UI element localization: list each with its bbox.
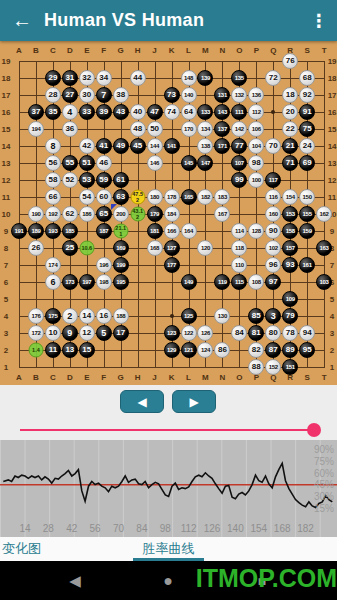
stone-white-34: 34 <box>96 70 112 86</box>
stone-black-153: 153 <box>282 206 298 222</box>
stone-black-179: 179 <box>147 206 163 222</box>
stone-black-187: 187 <box>96 223 112 239</box>
stone-white-182: 182 <box>197 189 213 205</box>
stone-white-90: 90 <box>265 223 281 239</box>
svg-text:70: 70 <box>113 523 125 534</box>
stone-white-172: 172 <box>28 325 44 341</box>
stone-black-111: 111 <box>231 104 247 120</box>
ai-suggestion-marker: 10.6 <box>79 241 94 256</box>
stone-white-58: 58 <box>45 172 61 188</box>
stone-white-120: 120 <box>197 240 213 256</box>
page-title: Human VS Human <box>44 10 301 31</box>
android-home-icon[interactable]: ● <box>153 561 183 600</box>
coord-label-bottom: K <box>169 373 175 382</box>
stone-white-184: 184 <box>164 206 180 222</box>
stone-black-17: 17 <box>113 325 129 341</box>
stone-white-8: 8 <box>45 138 61 154</box>
svg-text:75%: 75% <box>314 456 334 467</box>
stone-black-3: 3 <box>265 308 281 324</box>
slider-thumb[interactable] <box>307 423 321 437</box>
coord-label-top: A <box>16 46 22 55</box>
svg-text:140: 140 <box>227 523 244 534</box>
coord-label-right: 7 <box>330 261 334 270</box>
stone-black-69: 69 <box>299 155 315 171</box>
stone-white-2: 2 <box>62 308 78 324</box>
stone-white-170: 170 <box>181 121 197 137</box>
coord-label-top: O <box>236 46 242 55</box>
ai-suggestion-marker: 1.4 <box>28 343 43 358</box>
stone-black-155: 155 <box>299 206 315 222</box>
coord-label-top: F <box>101 46 106 55</box>
stone-black-163: 163 <box>316 240 332 256</box>
coord-label-bottom: S <box>304 373 309 382</box>
stone-white-62: 62 <box>62 206 78 222</box>
stone-white-116: 116 <box>265 189 281 205</box>
stone-white-18: 18 <box>282 87 298 103</box>
stone-white-66: 66 <box>45 189 61 205</box>
stone-white-106: 106 <box>248 121 264 137</box>
coord-label-left: 1 <box>4 363 8 372</box>
coord-label-top: M <box>202 46 209 55</box>
coord-label-right: 16 <box>328 108 337 117</box>
coord-label-right: 11 <box>328 193 336 202</box>
stone-white-132: 132 <box>231 87 247 103</box>
stone-white-42: 42 <box>79 138 95 154</box>
stone-black-149: 149 <box>181 274 197 290</box>
stone-black-121: 121 <box>181 342 197 358</box>
stone-white-168: 168 <box>147 240 163 256</box>
coord-label-bottom: O <box>236 373 242 382</box>
stone-black-29: 29 <box>45 70 61 86</box>
stone-white-100: 100 <box>248 172 264 188</box>
stone-white-144: 144 <box>147 138 163 154</box>
coord-label-bottom: A <box>16 373 22 382</box>
stone-white-114: 114 <box>231 223 247 239</box>
stone-black-15: 15 <box>79 342 95 358</box>
stone-white-50: 50 <box>147 121 163 137</box>
coord-label-right: 18 <box>328 74 337 83</box>
coord-label-top: B <box>33 46 39 55</box>
coord-label-bottom: T <box>322 373 327 382</box>
coord-label-bottom: H <box>135 373 141 382</box>
grid-line-h <box>19 299 325 300</box>
coord-label-top: E <box>84 46 89 55</box>
stone-black-177: 177 <box>164 257 180 273</box>
stone-black-27: 27 <box>62 87 78 103</box>
stone-black-161: 161 <box>299 257 315 273</box>
stone-white-160: 160 <box>265 206 281 222</box>
svg-text:28: 28 <box>43 523 55 534</box>
prev-move-button[interactable]: ◀ <box>120 390 164 413</box>
coord-label-bottom: C <box>50 373 56 382</box>
coord-label-right: 5 <box>330 295 334 304</box>
stone-white-104: 104 <box>248 138 264 154</box>
stone-white-38: 38 <box>113 87 129 103</box>
stone-black-43: 43 <box>113 104 129 120</box>
stone-white-180: 180 <box>147 189 163 205</box>
stone-white-108: 108 <box>248 274 264 290</box>
stone-white-174: 174 <box>45 257 61 273</box>
coord-label-right: 9 <box>330 227 334 236</box>
stone-black-185: 185 <box>62 223 78 239</box>
svg-text:154: 154 <box>250 523 267 534</box>
stone-white-26: 26 <box>28 240 44 256</box>
stone-black-129: 129 <box>164 342 180 358</box>
stone-white-162: 162 <box>316 206 332 222</box>
coord-label-left: 19 <box>2 57 11 66</box>
stone-white-150: 150 <box>299 189 315 205</box>
coord-label-left: 6 <box>4 278 8 287</box>
stone-white-148: 148 <box>181 70 197 86</box>
svg-text:98: 98 <box>160 523 172 534</box>
stone-white-142: 142 <box>231 121 247 137</box>
stone-black-97: 97 <box>265 274 281 290</box>
svg-text:60%: 60% <box>314 468 334 479</box>
stone-white-118: 118 <box>231 240 247 256</box>
stone-black-33: 33 <box>79 104 95 120</box>
coord-label-left: 3 <box>4 329 8 338</box>
coord-label-left: 13 <box>2 159 11 168</box>
coord-label-top: Q <box>270 46 276 55</box>
stone-black-165: 165 <box>181 189 197 205</box>
stone-white-126: 126 <box>197 325 213 341</box>
svg-text:112: 112 <box>181 523 197 534</box>
stone-white-136: 136 <box>248 87 264 103</box>
stone-white-14: 14 <box>79 308 95 324</box>
stone-white-138: 138 <box>197 138 213 154</box>
stone-white-88: 88 <box>248 359 264 375</box>
ai-suggestion-marker: 43.12 <box>130 207 145 222</box>
stone-white-44: 44 <box>130 70 146 86</box>
stone-white-102: 102 <box>265 240 281 256</box>
stone-white-32: 32 <box>79 70 95 86</box>
hoshi-point <box>271 110 275 114</box>
stone-white-16: 16 <box>96 308 112 324</box>
coord-label-right: 12 <box>328 176 337 185</box>
stone-black-41: 41 <box>96 138 112 154</box>
stone-black-45: 45 <box>130 138 146 154</box>
coord-label-left: 16 <box>2 108 11 117</box>
stone-white-70: 70 <box>265 138 281 154</box>
stone-black-49: 49 <box>113 138 129 154</box>
coord-label-left: 15 <box>2 125 11 134</box>
stone-white-72: 72 <box>265 70 281 86</box>
stone-black-51: 51 <box>79 155 95 171</box>
stone-white-76: 76 <box>282 53 298 69</box>
stone-white-134: 134 <box>197 121 213 137</box>
stone-black-93: 93 <box>282 257 298 273</box>
stone-black-175: 175 <box>45 308 61 324</box>
stone-white-20: 20 <box>282 104 298 120</box>
stone-black-131: 131 <box>214 87 230 103</box>
svg-text:182: 182 <box>297 523 314 534</box>
stone-white-74: 74 <box>164 104 180 120</box>
coord-label-left: 9 <box>4 227 8 236</box>
stone-black-21: 21 <box>282 138 298 154</box>
stone-black-189: 189 <box>28 223 44 239</box>
stone-white-152: 152 <box>265 359 281 375</box>
stone-white-146: 146 <box>147 155 163 171</box>
coord-label-right: 1 <box>330 363 334 372</box>
stone-white-24: 24 <box>299 138 315 154</box>
stone-white-78: 78 <box>282 325 298 341</box>
svg-text:45%: 45% <box>314 479 334 490</box>
stone-white-82: 82 <box>248 342 264 358</box>
stone-black-59: 59 <box>96 172 112 188</box>
stone-white-112: 112 <box>248 104 264 120</box>
watermark: ITMOP.COM <box>196 564 337 593</box>
winrate-chart-svg: 1428425670849811212614015416818290%75%60… <box>0 440 337 537</box>
stone-white-128: 128 <box>248 223 264 239</box>
stone-white-30: 30 <box>79 87 95 103</box>
stone-black-91: 91 <box>299 104 315 120</box>
app-bar: ← Human VS Human ⋮ <box>0 0 337 41</box>
stone-white-194: 194 <box>28 121 44 137</box>
stone-black-109: 109 <box>282 291 298 307</box>
stone-white-12: 12 <box>79 325 95 341</box>
stone-white-178: 178 <box>164 189 180 205</box>
stone-black-173: 173 <box>62 274 78 290</box>
stone-white-56: 56 <box>45 155 61 171</box>
stone-black-7: 7 <box>96 87 112 103</box>
stone-white-64: 64 <box>181 104 197 120</box>
svg-text:84: 84 <box>136 523 148 534</box>
stone-black-137: 137 <box>214 121 230 137</box>
stone-black-87: 87 <box>265 342 281 358</box>
stone-black-123: 123 <box>164 325 180 341</box>
coord-label-top: G <box>118 46 124 55</box>
stone-black-9: 9 <box>62 325 78 341</box>
stone-white-86: 86 <box>214 342 230 358</box>
stone-white-60: 60 <box>96 189 112 205</box>
stone-black-151: 151 <box>282 359 298 375</box>
stone-white-22: 22 <box>282 121 298 137</box>
coord-label-top: D <box>67 46 73 55</box>
coord-label-left: 12 <box>2 176 11 185</box>
stone-black-75: 75 <box>299 121 315 137</box>
stone-white-4: 4 <box>62 104 78 120</box>
coord-label-right: 14 <box>328 142 337 151</box>
coord-label-bottom: E <box>84 373 89 382</box>
stone-white-164: 164 <box>181 223 197 239</box>
stone-black-117: 117 <box>265 172 281 188</box>
stone-black-199: 199 <box>113 257 129 273</box>
stone-black-133: 133 <box>197 104 213 120</box>
svg-text:126: 126 <box>204 523 221 534</box>
back-arrow-icon[interactable]: ← <box>0 9 44 32</box>
coord-label-left: 5 <box>4 295 8 304</box>
coord-label-left: 14 <box>2 142 11 151</box>
coord-label-left: 8 <box>4 244 8 253</box>
stone-white-176: 176 <box>28 308 44 324</box>
svg-text:15%: 15% <box>314 503 334 514</box>
stone-white-92: 92 <box>299 87 315 103</box>
coord-label-left: 18 <box>2 74 11 83</box>
coord-label-bottom: M <box>202 373 209 382</box>
coord-label-top: P <box>254 46 259 55</box>
coord-label-top: L <box>186 46 191 55</box>
stone-white-190: 190 <box>28 206 44 222</box>
stone-black-35: 35 <box>45 104 61 120</box>
coord-label-left: 2 <box>4 346 8 355</box>
stone-white-40: 40 <box>130 104 146 120</box>
stone-black-191: 191 <box>11 223 27 239</box>
stone-black-61: 61 <box>113 172 129 188</box>
coord-label-top: J <box>152 46 156 55</box>
stone-white-154: 154 <box>282 189 298 205</box>
stone-black-158: 158 <box>282 223 298 239</box>
stone-white-94: 94 <box>299 325 315 341</box>
coord-label-bottom: D <box>67 373 73 382</box>
coord-label-right: 13 <box>328 159 337 168</box>
overflow-menu-icon[interactable]: ⋮ <box>301 10 337 32</box>
stone-white-52: 52 <box>62 172 78 188</box>
stone-white-48: 48 <box>130 121 146 137</box>
stone-white-10: 10 <box>45 325 61 341</box>
coord-label-left: 17 <box>2 91 11 100</box>
stone-black-141: 141 <box>164 138 180 154</box>
stone-black-55: 55 <box>62 155 78 171</box>
tab-bar: 变化图 胜率曲线 <box>0 537 337 561</box>
stone-white-98: 98 <box>248 155 264 171</box>
svg-text:56: 56 <box>90 523 102 534</box>
next-move-button[interactable]: ▶ <box>172 390 216 413</box>
stone-black-63: 63 <box>113 189 129 205</box>
slider-track[interactable] <box>20 429 317 431</box>
stone-white-183: 183 <box>214 189 230 205</box>
stone-black-81: 81 <box>248 325 264 341</box>
tab-variation-diagram[interactable]: 变化图 <box>2 537 41 561</box>
stone-black-125: 125 <box>181 308 197 324</box>
coord-label-left: 4 <box>4 312 8 321</box>
stone-black-193: 193 <box>45 223 61 239</box>
stone-black-143: 143 <box>214 104 230 120</box>
stone-black-135: 135 <box>231 70 247 86</box>
winrate-chart: 1428425670849811212614015416818290%75%60… <box>0 440 337 537</box>
coord-label-right: 4 <box>330 312 334 321</box>
coord-label-top: N <box>220 46 226 55</box>
stone-white-192: 192 <box>45 206 61 222</box>
stone-black-147: 147 <box>197 155 213 171</box>
coord-label-right: 3 <box>330 329 334 338</box>
stone-white-166: 166 <box>164 223 180 239</box>
coord-label-right: 15 <box>328 125 337 134</box>
svg-text:30%: 30% <box>314 491 334 502</box>
svg-text:42: 42 <box>66 523 78 534</box>
stone-white-28: 28 <box>45 87 61 103</box>
coord-label-bottom: G <box>118 373 124 382</box>
stone-white-167: 167 <box>214 206 230 222</box>
ai-suggestion-marker: 21.11 <box>113 224 128 239</box>
android-nav-bar: ◀ ● ■ ITMOP.COM <box>0 561 337 600</box>
stone-white-198: 198 <box>96 274 112 290</box>
stone-black-5: 5 <box>96 325 112 341</box>
stone-black-195: 195 <box>113 274 129 290</box>
stone-black-77: 77 <box>231 138 247 154</box>
stone-black-145: 145 <box>181 155 197 171</box>
hoshi-point <box>170 314 174 318</box>
stone-white-110: 110 <box>231 257 247 273</box>
stone-black-37: 37 <box>28 104 44 120</box>
coord-label-right: 17 <box>328 91 337 100</box>
stone-black-171: 171 <box>214 138 230 154</box>
move-slider[interactable] <box>0 421 337 439</box>
stone-black-127: 127 <box>164 240 180 256</box>
stone-black-31: 31 <box>62 70 78 86</box>
coord-label-bottom: L <box>186 373 191 382</box>
stone-black-115: 115 <box>231 274 247 290</box>
coord-label-top: C <box>50 46 56 55</box>
stone-black-159: 159 <box>299 223 315 239</box>
stone-white-96: 96 <box>265 257 281 273</box>
stone-black-169: 169 <box>113 240 129 256</box>
stone-black-71: 71 <box>282 155 298 171</box>
stone-black-89: 89 <box>282 342 298 358</box>
stone-white-122: 122 <box>181 325 197 341</box>
stone-black-11: 11 <box>45 342 61 358</box>
coord-label-top: T <box>322 46 327 55</box>
svg-text:90%: 90% <box>314 444 334 455</box>
go-board[interactable]: AA1919BB1818CC1717DD1616EE1515FF1414GG13… <box>0 41 337 385</box>
stone-black-53: 53 <box>79 172 95 188</box>
stone-black-39: 39 <box>96 104 112 120</box>
coord-label-bottom: B <box>33 373 39 382</box>
stone-black-103: 103 <box>316 274 332 290</box>
stone-white-54: 54 <box>79 189 95 205</box>
stone-white-84: 84 <box>231 325 247 341</box>
stone-black-73: 73 <box>164 87 180 103</box>
coord-label-left: 11 <box>2 193 10 202</box>
stone-black-139: 139 <box>197 70 213 86</box>
coord-label-right: 19 <box>328 57 337 66</box>
stone-white-46: 46 <box>96 155 112 171</box>
stone-black-197: 197 <box>79 274 95 290</box>
coord-label-bottom: N <box>220 373 226 382</box>
stone-white-188: 188 <box>113 308 129 324</box>
coord-label-left: 10 <box>2 210 11 219</box>
coord-label-top: K <box>169 46 175 55</box>
stone-black-13: 13 <box>62 342 78 358</box>
move-controls: ◀ ▶ <box>0 385 337 440</box>
stone-black-119: 119 <box>214 274 230 290</box>
stone-white-6: 6 <box>45 274 61 290</box>
android-back-icon[interactable]: ◀ <box>60 561 90 600</box>
stone-white-124: 124 <box>197 342 213 358</box>
stone-black-65: 65 <box>96 206 112 222</box>
stone-black-157: 157 <box>282 240 298 256</box>
coord-label-bottom: J <box>152 373 156 382</box>
stone-white-140: 140 <box>181 87 197 103</box>
svg-text:14: 14 <box>19 523 31 534</box>
stone-black-181: 181 <box>147 223 163 239</box>
coord-label-right: 2 <box>330 346 334 355</box>
stone-white-130: 130 <box>214 308 230 324</box>
app-screen: ← Human VS Human ⋮ AA1919BB1818CC1717DD1… <box>0 0 337 600</box>
stone-white-196: 196 <box>96 257 112 273</box>
stone-black-107: 107 <box>231 155 247 171</box>
stone-white-80: 80 <box>265 325 281 341</box>
stone-white-36: 36 <box>62 121 78 137</box>
stone-black-85: 85 <box>248 308 264 324</box>
stone-black-79: 79 <box>282 308 298 324</box>
move-triangle-marker <box>111 204 117 210</box>
coord-label-bottom: F <box>101 373 106 382</box>
stone-black-47: 47 <box>147 104 163 120</box>
stone-black-95: 95 <box>299 342 315 358</box>
svg-text:168: 168 <box>274 523 291 534</box>
stone-black-25: 25 <box>62 240 78 256</box>
coord-label-left: 7 <box>4 261 8 270</box>
